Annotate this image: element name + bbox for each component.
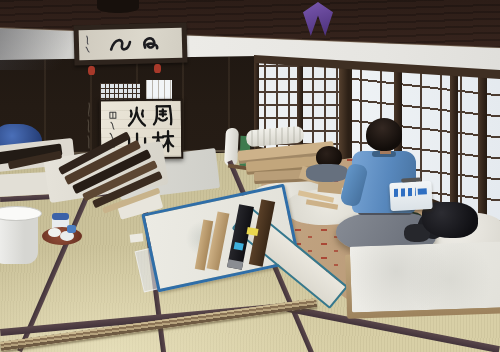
wall-post bbox=[478, 74, 487, 234]
toolbox-blue-lettering bbox=[394, 188, 416, 197]
banner-char-fu bbox=[151, 103, 175, 128]
plaque-paper bbox=[79, 28, 183, 61]
banner-hook bbox=[154, 64, 161, 73]
tissue-on-board bbox=[345, 241, 500, 323]
plaque-cursive-characters bbox=[97, 30, 176, 58]
blue-item bbox=[67, 225, 76, 233]
beam-iron-fitting bbox=[97, 0, 139, 13]
craftsman-hair bbox=[366, 118, 402, 151]
white-tissue-sheet bbox=[350, 241, 500, 312]
jar-lid bbox=[52, 213, 69, 220]
toolbox-blue-mark bbox=[418, 188, 427, 194]
banner-char-ka bbox=[125, 104, 149, 129]
faint-wall-calligraphy bbox=[84, 100, 94, 152]
toolbox bbox=[389, 181, 432, 211]
plaque-signature bbox=[83, 34, 94, 54]
banner-hook bbox=[88, 66, 95, 75]
box-label bbox=[234, 242, 244, 251]
photo-japanese-scroll-mounting-room bbox=[0, 0, 500, 352]
small-white-block bbox=[130, 233, 144, 242]
framed-calligraphy-plaque bbox=[73, 23, 187, 66]
toolbox-handle bbox=[401, 177, 421, 182]
